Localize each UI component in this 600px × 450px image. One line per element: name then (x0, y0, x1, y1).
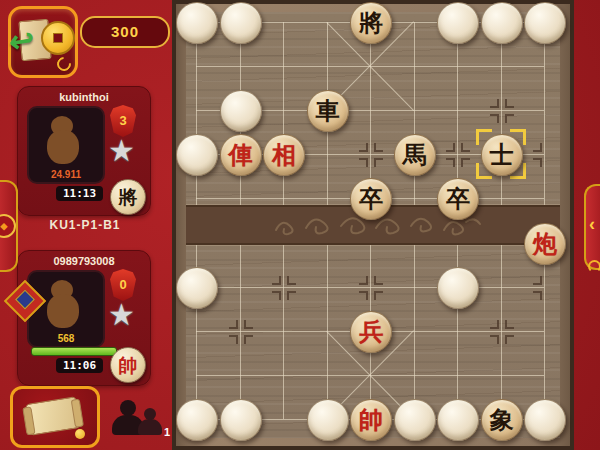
side-piece-black-general: 將 (110, 179, 146, 215)
spectators-indicator[interactable]: 1 (112, 400, 164, 444)
covered-piece[interactable] (437, 399, 479, 441)
piece-black-將[interactable]: 將 (350, 2, 392, 44)
star-icon: ★ (108, 133, 135, 168)
star-icon: ★ (108, 297, 135, 332)
chevron-left-icon: ‹ (589, 214, 595, 235)
scroll-icon (25, 396, 81, 436)
avatar[interactable]: 24.911 (27, 106, 105, 184)
person-icon (138, 419, 162, 435)
point-marker (505, 99, 514, 108)
coin-balance: 300 (80, 16, 170, 48)
point-marker (374, 276, 383, 285)
point-marker (287, 291, 296, 300)
piece-red-相[interactable]: 相 (263, 134, 305, 176)
right-drawer-handle[interactable]: ‹ (584, 184, 600, 270)
player-coins: 24.911 (29, 169, 103, 180)
point-marker (490, 114, 499, 123)
avatar-mascot-icon (47, 116, 83, 164)
left-drawer-handle[interactable]: ◆ (0, 180, 18, 272)
covered-piece[interactable] (437, 2, 479, 44)
point-marker (272, 276, 281, 285)
piece-black-車[interactable]: 車 (307, 90, 349, 132)
covered-piece[interactable] (176, 399, 218, 441)
piece-red-帥[interactable]: 帥 (350, 399, 392, 441)
piece-red-炮[interactable]: 炮 (524, 223, 566, 265)
covered-piece[interactable] (394, 399, 436, 441)
table-id: KU1-P1-B1 (0, 218, 170, 232)
small-coin-icon (75, 429, 85, 439)
coin-icon (41, 21, 75, 55)
point-marker (505, 335, 514, 344)
covered-piece[interactable] (524, 399, 566, 441)
point-marker (272, 291, 281, 300)
board-frame: 將車俥相馬士卒卒炮兵帥象 (176, 4, 570, 446)
avatar-mascot-icon (47, 280, 83, 328)
player-coins: 568 (29, 333, 103, 344)
piece-black-象[interactable]: 象 (481, 399, 523, 441)
piece-red-俥[interactable]: 俥 (220, 134, 262, 176)
turn-time-bar (31, 347, 117, 356)
point-marker (505, 114, 514, 123)
covered-piece[interactable] (176, 267, 218, 309)
covered-piece[interactable] (220, 399, 262, 441)
piece-black-士[interactable]: 士 (481, 134, 523, 176)
covered-piece[interactable] (220, 90, 262, 132)
point-marker (446, 158, 455, 167)
player-name: kubinthoi (18, 91, 150, 103)
return-arrow-icon: ↩ (7, 21, 37, 59)
point-marker (244, 320, 253, 329)
covered-piece[interactable] (481, 2, 523, 44)
exchange-coin-button[interactable]: ↩ (8, 6, 78, 78)
player-timer: 11:13 (56, 186, 103, 201)
point-marker (461, 158, 470, 167)
point-marker (229, 335, 238, 344)
point-marker (244, 335, 253, 344)
piece-black-馬[interactable]: 馬 (394, 134, 436, 176)
side-piece-red-general: 帥 (110, 347, 146, 383)
point-marker (374, 143, 383, 152)
point-marker (533, 291, 542, 300)
left-drawer-knob-icon[interactable]: ◆ (0, 214, 16, 238)
point-marker (490, 320, 499, 329)
gold-curl-icon (588, 260, 600, 273)
covered-piece[interactable] (176, 134, 218, 176)
point-marker (446, 143, 455, 152)
person-icon (120, 400, 136, 416)
point-marker (229, 320, 238, 329)
point-marker (287, 276, 296, 285)
player-panel-black: kubinthoi 24.911 3 ★ 11:13 將 (17, 86, 151, 216)
covered-piece[interactable] (220, 2, 262, 44)
point-marker (359, 276, 368, 285)
point-marker (533, 158, 542, 167)
game-record-button[interactable] (10, 386, 100, 448)
point-marker (359, 158, 368, 167)
point-marker (505, 320, 514, 329)
point-marker (374, 291, 383, 300)
covered-piece[interactable] (524, 2, 566, 44)
player-name: 0989793008 (18, 255, 150, 267)
point-marker (490, 99, 499, 108)
piece-red-兵[interactable]: 兵 (350, 311, 392, 353)
covered-piece[interactable] (176, 2, 218, 44)
point-marker (359, 291, 368, 300)
board-grid[interactable]: 將車俥相馬士卒卒炮兵帥象 (186, 12, 560, 438)
covered-piece[interactable] (307, 399, 349, 441)
player-panel-red: 0989793008 568 0 ★ 11:06 帥 (17, 250, 151, 386)
point-marker (461, 143, 470, 152)
swirl-icon (54, 54, 74, 74)
point-marker (533, 143, 542, 152)
game-screen: ↩ 300 kubinthoi 24.911 3 ★ 11:13 將 KU1-P… (0, 0, 600, 450)
point-marker (533, 276, 542, 285)
covered-piece[interactable] (437, 267, 479, 309)
player-timer: 11:06 (56, 358, 103, 373)
avatar[interactable]: 568 (27, 270, 105, 348)
point-marker (374, 158, 383, 167)
xiangqi-board: 將車俥相馬士卒卒炮兵帥象 (172, 0, 574, 450)
spectator-count: 1 (164, 426, 170, 438)
point-marker (359, 143, 368, 152)
point-marker (490, 335, 499, 344)
